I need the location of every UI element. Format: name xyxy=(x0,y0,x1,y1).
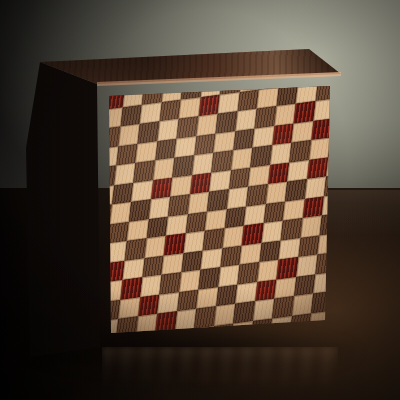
checkerboard-panel xyxy=(95,70,345,350)
photo-scene xyxy=(0,0,400,400)
box-front-face xyxy=(95,70,345,350)
box-reflection xyxy=(102,347,338,397)
